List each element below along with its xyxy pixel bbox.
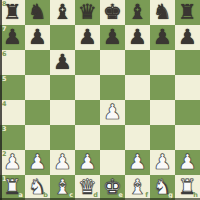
piece-white-pawn-g2[interactable]: ♟ bbox=[150, 150, 175, 175]
square-g2[interactable]: ♟ bbox=[150, 150, 175, 175]
piece-white-rook-h1[interactable]: ♜ bbox=[175, 175, 200, 200]
square-a4[interactable]: 4 bbox=[0, 100, 25, 125]
square-h5[interactable] bbox=[175, 75, 200, 100]
piece-black-rook-a8[interactable]: ♜ bbox=[0, 0, 25, 25]
square-a7[interactable]: 7♟ bbox=[0, 25, 25, 50]
chess-app: 8♜♞♝♛♚♝♞♜7♟♟♟♟♟♟♟6♟54♟32♟♟♟♟♟♟♟1a♜b♞c♝d♛… bbox=[0, 0, 200, 200]
square-f8[interactable]: ♝ bbox=[125, 0, 150, 25]
square-g8[interactable]: ♞ bbox=[150, 0, 175, 25]
piece-white-rook-a1[interactable]: ♜ bbox=[0, 175, 25, 200]
square-c1[interactable]: c♝ bbox=[50, 175, 75, 200]
piece-black-knight-g8[interactable]: ♞ bbox=[150, 0, 175, 25]
square-d1[interactable]: d♛ bbox=[75, 175, 100, 200]
square-c6[interactable]: ♟ bbox=[50, 50, 75, 75]
square-b4[interactable] bbox=[25, 100, 50, 125]
piece-white-pawn-h2[interactable]: ♟ bbox=[175, 150, 200, 175]
square-f3[interactable] bbox=[125, 125, 150, 150]
piece-black-queen-d8[interactable]: ♛ bbox=[75, 0, 100, 25]
square-d2[interactable]: ♟ bbox=[75, 150, 100, 175]
square-a8[interactable]: 8♜ bbox=[0, 0, 25, 25]
piece-white-knight-b1[interactable]: ♞ bbox=[25, 175, 50, 200]
rank-label-5: 5 bbox=[2, 76, 7, 83]
square-g1[interactable]: g♞ bbox=[150, 175, 175, 200]
square-c4[interactable] bbox=[50, 100, 75, 125]
square-e6[interactable] bbox=[100, 50, 125, 75]
square-d6[interactable] bbox=[75, 50, 100, 75]
piece-white-king-e1[interactable]: ♚ bbox=[100, 175, 125, 200]
square-f6[interactable] bbox=[125, 50, 150, 75]
square-b7[interactable]: ♟ bbox=[25, 25, 50, 50]
piece-white-pawn-f2[interactable]: ♟ bbox=[125, 150, 150, 175]
square-e8[interactable]: ♚ bbox=[100, 0, 125, 25]
piece-black-pawn-e7[interactable]: ♟ bbox=[100, 25, 125, 50]
square-b6[interactable] bbox=[25, 50, 50, 75]
square-d4[interactable] bbox=[75, 100, 100, 125]
square-b1[interactable]: b♞ bbox=[25, 175, 50, 200]
square-h8[interactable]: ♜ bbox=[175, 0, 200, 25]
square-g3[interactable] bbox=[150, 125, 175, 150]
piece-black-pawn-g7[interactable]: ♟ bbox=[150, 25, 175, 50]
square-a5[interactable]: 5 bbox=[0, 75, 25, 100]
square-d3[interactable] bbox=[75, 125, 100, 150]
square-g5[interactable] bbox=[150, 75, 175, 100]
piece-black-pawn-d7[interactable]: ♟ bbox=[75, 25, 100, 50]
square-g4[interactable] bbox=[150, 100, 175, 125]
piece-black-rook-h8[interactable]: ♜ bbox=[175, 0, 200, 25]
piece-white-pawn-c2[interactable]: ♟ bbox=[50, 150, 75, 175]
square-a1[interactable]: 1a♜ bbox=[0, 175, 25, 200]
piece-black-pawn-h7[interactable]: ♟ bbox=[175, 25, 200, 50]
square-e3[interactable] bbox=[100, 125, 125, 150]
piece-black-pawn-c6[interactable]: ♟ bbox=[50, 50, 75, 75]
piece-black-king-e8[interactable]: ♚ bbox=[100, 0, 125, 25]
square-g7[interactable]: ♟ bbox=[150, 25, 175, 50]
piece-white-bishop-f1[interactable]: ♝ bbox=[125, 175, 150, 200]
square-h1[interactable]: h♜ bbox=[175, 175, 200, 200]
square-a3[interactable]: 3 bbox=[0, 125, 25, 150]
square-d8[interactable]: ♛ bbox=[75, 0, 100, 25]
square-c5[interactable] bbox=[50, 75, 75, 100]
piece-black-pawn-f7[interactable]: ♟ bbox=[125, 25, 150, 50]
square-b3[interactable] bbox=[25, 125, 50, 150]
square-c7[interactable] bbox=[50, 25, 75, 50]
square-d5[interactable] bbox=[75, 75, 100, 100]
square-c8[interactable]: ♝ bbox=[50, 0, 75, 25]
rank-label-6: 6 bbox=[2, 51, 7, 58]
piece-white-pawn-b2[interactable]: ♟ bbox=[25, 150, 50, 175]
square-b8[interactable]: ♞ bbox=[25, 0, 50, 25]
square-e1[interactable]: e♚ bbox=[100, 175, 125, 200]
square-a6[interactable]: 6 bbox=[0, 50, 25, 75]
square-b2[interactable]: ♟ bbox=[25, 150, 50, 175]
piece-black-knight-b8[interactable]: ♞ bbox=[25, 0, 50, 25]
piece-black-bishop-c8[interactable]: ♝ bbox=[50, 0, 75, 25]
square-d7[interactable]: ♟ bbox=[75, 25, 100, 50]
square-f4[interactable] bbox=[125, 100, 150, 125]
square-c3[interactable] bbox=[50, 125, 75, 150]
square-f1[interactable]: f♝ bbox=[125, 175, 150, 200]
piece-white-bishop-c1[interactable]: ♝ bbox=[50, 175, 75, 200]
square-h7[interactable]: ♟ bbox=[175, 25, 200, 50]
piece-white-knight-g1[interactable]: ♞ bbox=[150, 175, 175, 200]
square-f7[interactable]: ♟ bbox=[125, 25, 150, 50]
square-e2[interactable] bbox=[100, 150, 125, 175]
piece-black-pawn-a7[interactable]: ♟ bbox=[0, 25, 25, 50]
square-c2[interactable]: ♟ bbox=[50, 150, 75, 175]
square-a2[interactable]: 2♟ bbox=[0, 150, 25, 175]
square-e7[interactable]: ♟ bbox=[100, 25, 125, 50]
piece-black-bishop-f8[interactable]: ♝ bbox=[125, 0, 150, 25]
square-b5[interactable] bbox=[25, 75, 50, 100]
piece-white-queen-d1[interactable]: ♛ bbox=[75, 175, 100, 200]
piece-black-pawn-b7[interactable]: ♟ bbox=[25, 25, 50, 50]
chess-board[interactable]: 8♜♞♝♛♚♝♞♜7♟♟♟♟♟♟♟6♟54♟32♟♟♟♟♟♟♟1a♜b♞c♝d♛… bbox=[0, 0, 200, 200]
piece-white-pawn-a2[interactable]: ♟ bbox=[0, 150, 25, 175]
piece-white-pawn-d2[interactable]: ♟ bbox=[75, 150, 100, 175]
square-f2[interactable]: ♟ bbox=[125, 150, 150, 175]
rank-label-4: 4 bbox=[2, 101, 7, 108]
square-h6[interactable] bbox=[175, 50, 200, 75]
square-e4[interactable]: ♟ bbox=[100, 100, 125, 125]
square-g6[interactable] bbox=[150, 50, 175, 75]
square-h2[interactable]: ♟ bbox=[175, 150, 200, 175]
piece-white-pawn-e4[interactable]: ♟ bbox=[100, 100, 125, 125]
square-f5[interactable] bbox=[125, 75, 150, 100]
square-h3[interactable] bbox=[175, 125, 200, 150]
square-e5[interactable] bbox=[100, 75, 125, 100]
square-h4[interactable] bbox=[175, 100, 200, 125]
rank-label-3: 3 bbox=[2, 126, 7, 133]
